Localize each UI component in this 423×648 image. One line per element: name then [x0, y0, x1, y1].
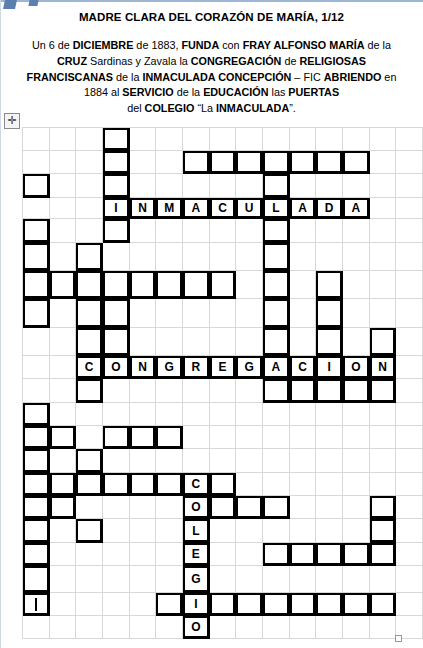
grid-cell-empty: [263, 473, 290, 496]
grid-cell-empty: [236, 328, 263, 356]
grid-cell-empty: [396, 496, 423, 519]
grid-cell-empty: [316, 473, 343, 496]
grid-cell-empty: [23, 356, 50, 379]
grid-cell-empty: [23, 198, 50, 219]
grid-cell-empty: [396, 403, 423, 426]
crossword-cell[interactable]: [23, 271, 50, 299]
crossword-cell[interactable]: [103, 473, 130, 496]
grid-cell-empty: [130, 496, 157, 519]
grid-cell-empty: [76, 151, 103, 174]
crossword-cell[interactable]: [263, 543, 290, 566]
crossword-cell[interactable]: A: [290, 198, 317, 219]
grid-cell-empty: [23, 151, 50, 174]
grid-cell-empty: [343, 519, 370, 543]
grid-cell-empty: [183, 449, 210, 473]
grid-cell-empty: [130, 403, 157, 426]
grid-cell-empty: [396, 271, 423, 299]
page-left-rule: [0, 0, 1, 648]
crossword-cell[interactable]: [236, 593, 263, 616]
grid-cell-empty: [156, 151, 183, 174]
grid-cell-empty: [50, 198, 77, 219]
grid-cell-empty: [396, 519, 423, 543]
grid-cell-empty: [370, 566, 397, 593]
grid-cell-empty: [290, 271, 317, 299]
grid-cell-empty: [343, 426, 370, 449]
crossword-cell[interactable]: E: [210, 356, 237, 379]
grid-cell-empty: [370, 271, 397, 299]
crossword-cell[interactable]: [76, 473, 103, 496]
grid-cell-empty: [236, 299, 263, 328]
page-title: MADRE CLARA DEL CORAZÓN DE MARÍA, 1/12: [0, 11, 423, 23]
crossword-cell[interactable]: U: [236, 198, 263, 219]
grid-cell-empty: [156, 616, 183, 639]
crossword-cell[interactable]: [23, 593, 50, 616]
crossword-cell[interactable]: [343, 379, 370, 403]
page-top-rule: [0, 0, 423, 2]
grid-cell-empty: [316, 496, 343, 519]
margin-mark-icon: [28, 0, 38, 6]
grid-cell-empty: [343, 128, 370, 151]
crossword-cell[interactable]: [76, 449, 103, 473]
grid-cell-empty: [316, 403, 343, 426]
grid-cell-empty: [290, 299, 317, 328]
crossword-cell[interactable]: O: [343, 356, 370, 379]
grid-cell-empty: [103, 543, 130, 566]
grid-cell-empty: [263, 519, 290, 543]
crossword-cell[interactable]: [343, 543, 370, 566]
crossword-cell[interactable]: [23, 174, 50, 198]
grid-cell-empty: [156, 128, 183, 151]
crossword-cell[interactable]: [156, 593, 183, 616]
crossword-cell[interactable]: D: [316, 198, 343, 219]
grid-cell-empty: [236, 473, 263, 496]
grid-cell-empty: [130, 328, 157, 356]
grid-cell-empty: [396, 473, 423, 496]
grid-cell-empty: [183, 299, 210, 328]
grid-cell-empty: [50, 566, 77, 593]
crossword-cell[interactable]: [156, 426, 183, 449]
grid-cell-empty: [396, 243, 423, 271]
grid-cell-empty: [103, 593, 130, 616]
grid-cell-empty: [236, 519, 263, 543]
grid-cell-empty: [236, 243, 263, 271]
paragraph-line: FRANCISCANAS de la INMACULADA CONCEPCIÓN…: [6, 70, 417, 86]
crossword-cell[interactable]: [263, 299, 290, 328]
crossword-cell[interactable]: E: [183, 543, 210, 566]
grid-cell-empty: [210, 403, 237, 426]
grid-cell-empty: [396, 379, 423, 403]
grid-cell-empty: [183, 128, 210, 151]
crossword-cell[interactable]: [76, 328, 103, 356]
grid-cell-empty: [156, 379, 183, 403]
crossword-cell[interactable]: C: [290, 356, 317, 379]
grid-cell-empty: [156, 299, 183, 328]
crossword-cell[interactable]: [130, 271, 157, 299]
grid-cell-empty: [236, 566, 263, 593]
grid-cell-empty: [236, 449, 263, 473]
crossword-cell[interactable]: [103, 128, 130, 151]
grid-cell-empty: [130, 519, 157, 543]
crossword-cell[interactable]: [316, 543, 343, 566]
crossword-cell[interactable]: [156, 271, 183, 299]
grid-cell-empty: [130, 243, 157, 271]
crossword-cell[interactable]: [316, 151, 343, 174]
grid-cell-empty: [103, 243, 130, 271]
grid-cell-empty: [236, 379, 263, 403]
crossword-cell[interactable]: I: [103, 198, 130, 219]
crossword-cell[interactable]: [263, 593, 290, 616]
grid-cell-empty: [396, 299, 423, 328]
crossword-cell[interactable]: [23, 426, 50, 449]
crossword-cell[interactable]: [210, 593, 237, 616]
paragraph-line: CRUZ Sardinas y Zavala la CONGREGACIÓN d…: [6, 54, 417, 70]
grid-cell-empty: [76, 219, 103, 243]
grid-cell-empty: [370, 151, 397, 174]
crossword-cell[interactable]: [210, 151, 237, 174]
grid-cell-empty: [396, 219, 423, 243]
grid-cell-empty: [23, 379, 50, 403]
grid-cell-empty: [210, 174, 237, 198]
grid-cell-empty: [130, 616, 157, 639]
crossword-cell[interactable]: [183, 271, 210, 299]
grid-cell-empty: [316, 174, 343, 198]
crossword-cell[interactable]: [263, 271, 290, 299]
grid-cell-empty: [343, 219, 370, 243]
grid-cell-empty: [396, 449, 423, 473]
grid-cell-empty: [50, 299, 77, 328]
grid-cell-empty: [370, 243, 397, 271]
grid-cell-empty: [316, 566, 343, 593]
grid-cell-empty: [156, 566, 183, 593]
crossword-cell[interactable]: [76, 519, 103, 543]
grid-cell-empty: [343, 299, 370, 328]
crossword-cell[interactable]: C: [210, 198, 237, 219]
grid-cell-empty: [156, 403, 183, 426]
crossword-cell[interactable]: I: [183, 593, 210, 616]
grid-cell-empty: [50, 128, 77, 151]
grid-cell-empty: [183, 426, 210, 449]
grid-cell-empty: [210, 219, 237, 243]
crossword-cell[interactable]: [290, 379, 317, 403]
grid-cell-empty: [50, 379, 77, 403]
grid-cell-empty: [103, 496, 130, 519]
grid-cell-empty: [290, 519, 317, 543]
grid-cell-empty: [50, 403, 77, 426]
crossword-cell[interactable]: [103, 219, 130, 243]
crossword-cell[interactable]: [370, 496, 397, 519]
grid-cell-empty: [156, 519, 183, 543]
grid-cell-empty: [290, 128, 317, 151]
crossword-cell[interactable]: G: [183, 566, 210, 593]
crossword-cell[interactable]: A: [263, 356, 290, 379]
crossword-cell[interactable]: A: [343, 198, 370, 219]
grid-cell-empty: [50, 616, 77, 639]
grid-cell-empty: [76, 566, 103, 593]
crossword-cell[interactable]: [263, 496, 290, 519]
grid-cell-empty: [50, 593, 77, 616]
grid-cell-empty: [343, 328, 370, 356]
crossword-cell[interactable]: [370, 593, 397, 616]
crossword-cell[interactable]: A: [183, 198, 210, 219]
grid-cell-empty: [210, 449, 237, 473]
crossword-cell[interactable]: M: [156, 198, 183, 219]
grid-cell-empty: [290, 473, 317, 496]
crossword-cell[interactable]: [210, 473, 237, 496]
paragraph-line: Un 6 de DICIEMBRE de 1883, FUNDA con FRA…: [6, 38, 417, 54]
crossword-cell[interactable]: [103, 299, 130, 328]
crossword-cell[interactable]: [236, 151, 263, 174]
crossword-cell[interactable]: [23, 496, 50, 519]
table-move-handle-icon[interactable]: ✛: [4, 113, 20, 129]
grid-cell-empty: [76, 593, 103, 616]
grid-cell-empty: [76, 128, 103, 151]
grid-cell-empty: [396, 328, 423, 356]
crossword-cell[interactable]: [23, 566, 50, 593]
crossword-cell[interactable]: [103, 174, 130, 198]
paragraph-line: del COLEGIO “La INMACULADA”.: [6, 101, 417, 117]
crossword-cell[interactable]: [263, 243, 290, 271]
grid-cell-empty: [290, 219, 317, 243]
crossword-cell[interactable]: C: [183, 473, 210, 496]
grid-cell-empty: [396, 566, 423, 593]
crossword-cell[interactable]: [156, 473, 183, 496]
grid-cell-empty: [50, 151, 77, 174]
crossword-cell[interactable]: [316, 593, 343, 616]
grid-cell-empty: [23, 128, 50, 151]
crossword-cell[interactable]: [370, 543, 397, 566]
crossword-cell[interactable]: [370, 379, 397, 403]
crossword-cell[interactable]: [263, 151, 290, 174]
grid-cell-empty: [103, 616, 130, 639]
grid-cell-empty: [396, 151, 423, 174]
grid-cell-empty: [370, 174, 397, 198]
grid-cell-empty: [236, 543, 263, 566]
grid-cell-empty: [370, 426, 397, 449]
crossword-cell[interactable]: [50, 426, 77, 449]
intro-paragraph: Un 6 de DICIEMBRE de 1883, FUNDA con FRA…: [6, 38, 417, 117]
grid-cell-empty: [50, 519, 77, 543]
grid-cell-empty: [343, 403, 370, 426]
grid-cell-empty: [316, 426, 343, 449]
grid-cell-empty: [343, 473, 370, 496]
grid-cell-empty: [210, 379, 237, 403]
crossword-cell[interactable]: G: [156, 356, 183, 379]
grid-cell-empty: [130, 543, 157, 566]
grid-cell-empty: [210, 299, 237, 328]
crossword-cell[interactable]: N: [370, 356, 397, 379]
crossword-cell[interactable]: [343, 593, 370, 616]
grid-cell-empty: [343, 174, 370, 198]
crossword-cell[interactable]: [316, 271, 343, 299]
grid-cell-empty: [343, 271, 370, 299]
grid-cell-empty: [130, 299, 157, 328]
grid-cell-empty: [103, 403, 130, 426]
crossword-cell[interactable]: N: [130, 198, 157, 219]
margin-mark-icon: [3, 0, 17, 9]
grid-cell-empty: [130, 219, 157, 243]
crossword-cell[interactable]: [210, 496, 237, 519]
crossword-cell[interactable]: [103, 328, 130, 356]
crossword-cell[interactable]: [103, 151, 130, 174]
grid-cell-empty: [210, 543, 237, 566]
grid-cell-empty: [210, 426, 237, 449]
grid-cell-empty: [50, 449, 77, 473]
grid-cell-empty: [263, 426, 290, 449]
crossword-cell[interactable]: [236, 496, 263, 519]
grid-cell-empty: [183, 403, 210, 426]
crossword-grid: INMACULADACONGREGACIONCOLEGIO: [22, 127, 423, 639]
crossword-cell[interactable]: [263, 379, 290, 403]
grid-cell-empty: [156, 543, 183, 566]
grid-cell-empty: [370, 449, 397, 473]
grid-cell-empty: [103, 379, 130, 403]
grid-cell-empty: [130, 174, 157, 198]
grid-cell-empty: [156, 219, 183, 243]
grid-cell-empty: [23, 616, 50, 639]
grid-cell-empty: [210, 616, 237, 639]
crossword-cell[interactable]: [316, 328, 343, 356]
grid-cell-empty: [236, 271, 263, 299]
grid-cell-empty: [130, 566, 157, 593]
grid-cell-empty: [396, 356, 423, 379]
crossword-cell[interactable]: [290, 151, 317, 174]
crossword-cell[interactable]: [343, 151, 370, 174]
grid-cell-empty: [50, 174, 77, 198]
grid-cell-empty: [156, 496, 183, 519]
crossword-cell[interactable]: O: [103, 356, 130, 379]
grid-cell-empty: [183, 328, 210, 356]
crossword-cell[interactable]: [50, 271, 77, 299]
crossword-cell[interactable]: [50, 496, 77, 519]
crossword-cell[interactable]: [263, 219, 290, 243]
crossword-cell[interactable]: O: [183, 496, 210, 519]
grid-cell-empty: [156, 243, 183, 271]
grid-cell-empty: [396, 198, 423, 219]
grid-cell-empty: [290, 174, 317, 198]
grid-cell-empty: [236, 174, 263, 198]
grid-cell-empty: [316, 128, 343, 151]
grid-cell-empty: [183, 379, 210, 403]
crossword-cell[interactable]: [290, 543, 317, 566]
grid-cell-empty: [396, 174, 423, 198]
grid-cell-empty: [370, 299, 397, 328]
crossword-cell[interactable]: [316, 299, 343, 328]
grid-cell-empty: [343, 243, 370, 271]
table-resize-handle[interactable]: [395, 635, 402, 642]
grid-cell-empty: [290, 243, 317, 271]
crossword-cell[interactable]: [50, 473, 77, 496]
crossword-cell[interactable]: [23, 519, 50, 543]
crossword-cell[interactable]: [263, 174, 290, 198]
grid-cell-empty: [210, 243, 237, 271]
grid-cell-empty: [103, 449, 130, 473]
crossword-cell[interactable]: [23, 449, 50, 473]
grid-cell-empty: [103, 519, 130, 543]
crossword-cell[interactable]: [76, 299, 103, 328]
crossword-cell[interactable]: [103, 426, 130, 449]
grid-cell-empty: [290, 403, 317, 426]
crossword-cell[interactable]: [316, 379, 343, 403]
grid-cell-empty: [210, 328, 237, 356]
crossword-cell[interactable]: I: [316, 356, 343, 379]
grid-cell-empty: [183, 219, 210, 243]
grid-cell-empty: [76, 426, 103, 449]
crossword-cell[interactable]: [103, 271, 130, 299]
crossword-cell[interactable]: G: [236, 356, 263, 379]
grid-cell-empty: [76, 616, 103, 639]
grid-cell-empty: [130, 449, 157, 473]
crossword-cell[interactable]: [23, 543, 50, 566]
grid-cell-empty: [130, 379, 157, 403]
grid-cell-empty: [290, 496, 317, 519]
grid-cell-empty: [130, 593, 157, 616]
crossword-cell[interactable]: [210, 271, 237, 299]
grid-cell-empty: [263, 403, 290, 426]
crossword-cell[interactable]: [76, 379, 103, 403]
crossword-cell[interactable]: [23, 403, 50, 426]
grid-cell-empty: [370, 403, 397, 426]
grid-cell-empty: [290, 449, 317, 473]
text-caret: [35, 598, 37, 611]
grid-cell-empty: [50, 328, 77, 356]
grid-cell-empty: [290, 616, 317, 639]
grid-cell-empty: [210, 128, 237, 151]
grid-cell-empty: [370, 473, 397, 496]
grid-cell-empty: [156, 449, 183, 473]
grid-cell-empty: [130, 128, 157, 151]
grid-cell-empty: [316, 449, 343, 473]
grid-cell-empty: [316, 219, 343, 243]
crossword-cell[interactable]: [370, 519, 397, 543]
grid-cell-empty: [343, 496, 370, 519]
grid-cell-empty: [50, 219, 77, 243]
crossword-cell[interactable]: L: [263, 198, 290, 219]
grid-cell-empty: [396, 543, 423, 566]
crossword-cell[interactable]: [23, 299, 50, 328]
crossword-cell[interactable]: [76, 271, 103, 299]
grid-cell-empty: [103, 566, 130, 593]
crossword-cell[interactable]: R: [183, 356, 210, 379]
crossword-cell[interactable]: [370, 328, 397, 356]
grid-cell-empty: [210, 566, 237, 593]
crossword-cell[interactable]: [130, 473, 157, 496]
crossword-cell[interactable]: [263, 328, 290, 356]
grid-cell-empty: [263, 128, 290, 151]
grid-cell-empty: [290, 426, 317, 449]
grid-cell-empty: [316, 519, 343, 543]
crossword-cell[interactable]: [130, 426, 157, 449]
crossword-cell[interactable]: [23, 219, 50, 243]
crossword-cell[interactable]: L: [183, 519, 210, 543]
grid-cell-empty: [370, 128, 397, 151]
crossword-cell[interactable]: [23, 243, 50, 271]
grid-cell-empty: [50, 356, 77, 379]
grid-cell-empty: [343, 566, 370, 593]
crossword-cell[interactable]: O: [183, 616, 210, 639]
grid-cell-empty: [76, 496, 103, 519]
grid-cell-empty: [263, 616, 290, 639]
crossword-cell[interactable]: [23, 473, 50, 496]
grid-cell-empty: [156, 328, 183, 356]
crossword-cell[interactable]: C: [76, 356, 103, 379]
grid-cell-empty: [396, 593, 423, 616]
grid-cell-empty: [343, 616, 370, 639]
crossword-cell[interactable]: [76, 243, 103, 271]
grid-cell-empty: [76, 174, 103, 198]
crossword-cell[interactable]: [183, 151, 210, 174]
crossword-cell[interactable]: N: [130, 356, 157, 379]
crossword-cell[interactable]: [290, 593, 317, 616]
